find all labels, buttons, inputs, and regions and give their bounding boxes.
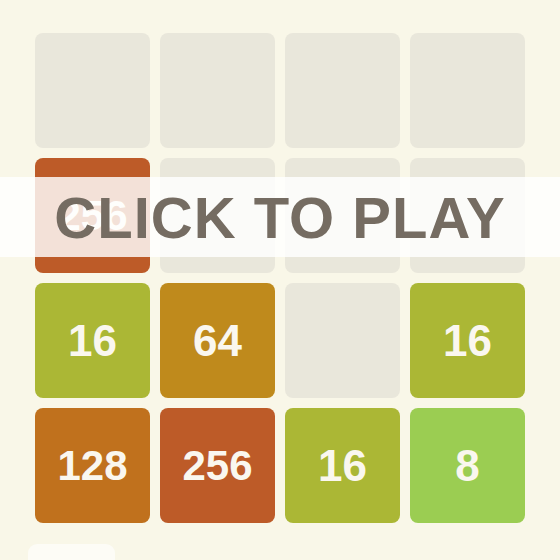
cell-r1c3-empty bbox=[285, 33, 400, 148]
cell-r4c3-tile-16: 16 bbox=[285, 408, 400, 523]
click-to-play-overlay[interactable]: CLICK TO PLAY bbox=[0, 177, 560, 257]
tile-value: 16 bbox=[443, 319, 492, 363]
cell-r1c2-empty bbox=[160, 33, 275, 148]
cell-r1c1-empty bbox=[35, 33, 150, 148]
cell-r1c4-empty bbox=[410, 33, 525, 148]
tile-value: 16 bbox=[318, 444, 367, 488]
game-stage[interactable]: 256 16 64 16 128 256 16 8 CLICK TO PLAY bbox=[0, 0, 560, 560]
game-board: 256 16 64 16 128 256 16 8 bbox=[35, 33, 525, 523]
tile-value: 16 bbox=[68, 319, 117, 363]
tile-value: 8 bbox=[455, 444, 479, 488]
tile-value: 128 bbox=[57, 445, 127, 487]
cell-r4c4-tile-8: 8 bbox=[410, 408, 525, 523]
cell-r3c4-tile-16: 16 bbox=[410, 283, 525, 398]
ghost-tile-fragment bbox=[28, 544, 115, 560]
click-to-play-label: CLICK TO PLAY bbox=[54, 184, 505, 251]
cell-r4c1-tile-128: 128 bbox=[35, 408, 150, 523]
cell-r4c2-tile-256: 256 bbox=[160, 408, 275, 523]
tile-value: 256 bbox=[182, 445, 252, 487]
cell-r3c1-tile-16: 16 bbox=[35, 283, 150, 398]
cell-r3c3-empty bbox=[285, 283, 400, 398]
tile-value: 64 bbox=[193, 319, 242, 363]
cell-r3c2-tile-64: 64 bbox=[160, 283, 275, 398]
